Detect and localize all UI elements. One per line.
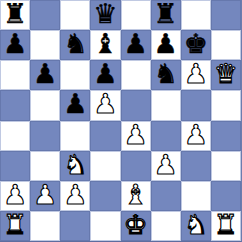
square-g8[interactable] [181, 0, 211, 30]
square-e2[interactable]: ♝ [121, 181, 151, 211]
square-b1[interactable] [30, 211, 60, 241]
chess-board-container: ♜♛♜♟♞♝♟♟♚♟♟♞♟♛♟♟♟♟♞♟♟♟♟♝♜♚♞♜ [0, 0, 242, 242]
square-a3[interactable] [0, 151, 30, 181]
square-h6[interactable]: ♛ [211, 60, 241, 90]
piece-white-knight[interactable]: ♞ [184, 211, 208, 240]
chess-board: ♜♛♜♟♞♝♟♟♚♟♟♞♟♛♟♟♟♟♞♟♟♟♟♝♜♚♞♜ [0, 0, 242, 242]
square-g1[interactable]: ♞ [181, 211, 211, 241]
square-h4[interactable] [211, 121, 241, 151]
square-e1[interactable]: ♚ [121, 211, 151, 241]
square-b5[interactable] [30, 90, 60, 120]
piece-white-bishop[interactable]: ♝ [123, 181, 147, 210]
square-d5[interactable]: ♟ [90, 90, 120, 120]
square-e4[interactable]: ♟ [121, 121, 151, 151]
piece-white-pawn[interactable]: ♟ [63, 181, 87, 210]
square-a6[interactable] [0, 60, 30, 90]
piece-white-king[interactable]: ♚ [123, 211, 147, 240]
square-f1[interactable] [151, 211, 181, 241]
square-a8[interactable]: ♜ [0, 0, 30, 30]
square-c4[interactable] [60, 121, 90, 151]
square-d3[interactable] [90, 151, 120, 181]
square-d6[interactable]: ♟ [90, 60, 120, 90]
square-c8[interactable] [60, 0, 90, 30]
square-b6[interactable]: ♟ [30, 60, 60, 90]
piece-black-queen[interactable]: ♛ [93, 0, 117, 29]
square-g4[interactable]: ♟ [181, 121, 211, 151]
piece-white-pawn[interactable]: ♟ [184, 60, 208, 89]
square-b3[interactable] [30, 151, 60, 181]
square-h8[interactable] [211, 0, 241, 30]
square-g2[interactable] [181, 181, 211, 211]
square-a5[interactable] [0, 90, 30, 120]
square-c2[interactable]: ♟ [60, 181, 90, 211]
piece-white-pawn[interactable]: ♟ [93, 90, 117, 119]
piece-white-pawn[interactable]: ♟ [154, 151, 178, 180]
square-h2[interactable] [211, 181, 241, 211]
square-b7[interactable] [30, 30, 60, 60]
square-f3[interactable]: ♟ [151, 151, 181, 181]
square-f2[interactable] [151, 181, 181, 211]
piece-white-rook[interactable]: ♜ [3, 211, 27, 240]
square-a1[interactable]: ♜ [0, 211, 30, 241]
square-h3[interactable] [211, 151, 241, 181]
square-c7[interactable]: ♞ [60, 30, 90, 60]
square-b4[interactable] [30, 121, 60, 151]
square-e5[interactable] [121, 90, 151, 120]
square-d1[interactable] [90, 211, 120, 241]
piece-black-pawn[interactable]: ♟ [3, 30, 27, 59]
square-b2[interactable]: ♟ [30, 181, 60, 211]
square-e8[interactable] [121, 0, 151, 30]
piece-black-pawn[interactable]: ♟ [154, 30, 178, 59]
square-f4[interactable] [151, 121, 181, 151]
square-c3[interactable]: ♞ [60, 151, 90, 181]
piece-black-rook[interactable]: ♜ [154, 0, 178, 29]
piece-black-pawn[interactable]: ♟ [123, 30, 147, 59]
square-c6[interactable] [60, 60, 90, 90]
square-f8[interactable]: ♜ [151, 0, 181, 30]
square-b8[interactable] [30, 0, 60, 30]
piece-white-pawn[interactable]: ♟ [3, 181, 27, 210]
piece-black-knight[interactable]: ♞ [154, 60, 178, 89]
square-e3[interactable] [121, 151, 151, 181]
square-a7[interactable]: ♟ [0, 30, 30, 60]
piece-white-pawn[interactable]: ♟ [123, 121, 147, 150]
square-g5[interactable] [181, 90, 211, 120]
square-g7[interactable]: ♚ [181, 30, 211, 60]
square-a2[interactable]: ♟ [0, 181, 30, 211]
square-g6[interactable]: ♟ [181, 60, 211, 90]
square-a4[interactable] [0, 121, 30, 151]
square-e7[interactable]: ♟ [121, 30, 151, 60]
square-d2[interactable] [90, 181, 120, 211]
square-h1[interactable]: ♜ [211, 211, 241, 241]
piece-black-bishop[interactable]: ♝ [93, 30, 117, 59]
square-f7[interactable]: ♟ [151, 30, 181, 60]
piece-white-pawn[interactable]: ♟ [184, 121, 208, 150]
square-h5[interactable] [211, 90, 241, 120]
square-c5[interactable]: ♟ [60, 90, 90, 120]
piece-black-pawn[interactable]: ♟ [63, 90, 87, 119]
square-e6[interactable] [121, 60, 151, 90]
piece-white-queen[interactable]: ♛ [214, 60, 238, 89]
piece-black-rook[interactable]: ♜ [3, 0, 27, 29]
square-d8[interactable]: ♛ [90, 0, 120, 30]
piece-black-knight[interactable]: ♞ [63, 30, 87, 59]
piece-white-pawn[interactable]: ♟ [33, 181, 57, 210]
square-d7[interactable]: ♝ [90, 30, 120, 60]
square-f6[interactable]: ♞ [151, 60, 181, 90]
square-f5[interactable] [151, 90, 181, 120]
square-c1[interactable] [60, 211, 90, 241]
square-g3[interactable] [181, 151, 211, 181]
square-h7[interactable] [211, 30, 241, 60]
piece-white-knight[interactable]: ♞ [63, 151, 87, 180]
piece-black-king[interactable]: ♚ [184, 30, 208, 59]
piece-black-pawn[interactable]: ♟ [33, 60, 57, 89]
square-d4[interactable] [90, 121, 120, 151]
piece-white-rook[interactable]: ♜ [214, 211, 238, 240]
piece-black-pawn[interactable]: ♟ [93, 60, 117, 89]
